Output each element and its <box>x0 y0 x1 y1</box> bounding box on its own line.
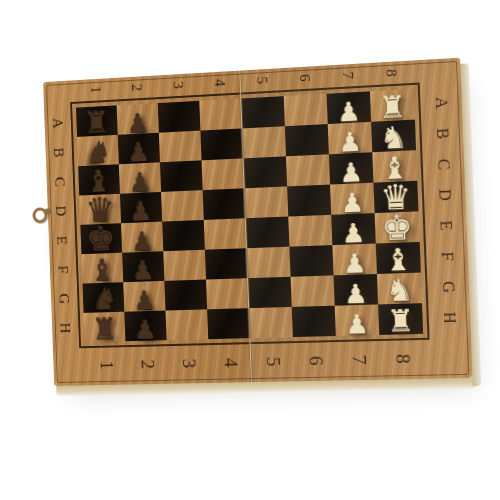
white-pawn[interactable]: ♟ <box>340 189 365 216</box>
square-A4[interactable] <box>199 98 242 130</box>
square-A6[interactable] <box>284 94 328 126</box>
square-H2[interactable]: ♟ <box>124 311 166 342</box>
square-C5[interactable] <box>244 156 288 188</box>
square-A2[interactable]: ♟ <box>117 103 159 135</box>
square-B8[interactable]: ♞ <box>371 120 416 153</box>
square-G5[interactable] <box>248 277 292 308</box>
black-king[interactable]: ♚ <box>86 222 116 256</box>
coord-label-8: 8 <box>383 336 421 381</box>
square-A8[interactable]: ♜ <box>370 89 415 122</box>
square-F5[interactable] <box>247 247 291 279</box>
square-A5[interactable] <box>241 96 285 128</box>
square-G4[interactable] <box>206 278 249 309</box>
square-E1[interactable]: ♚ <box>80 223 122 254</box>
square-F2[interactable]: ♟ <box>122 251 164 282</box>
white-rook[interactable]: ♜ <box>386 305 415 336</box>
square-H6[interactable] <box>292 306 336 337</box>
square-A1[interactable]: ♜ <box>76 105 118 137</box>
black-pawn[interactable]: ♟ <box>134 317 157 343</box>
square-E5[interactable] <box>246 217 290 249</box>
square-F1[interactable]: ♝ <box>81 253 123 284</box>
coord-label-4: 4 <box>212 341 249 385</box>
square-E2[interactable]: ♟ <box>121 222 163 253</box>
square-G3[interactable] <box>164 280 207 311</box>
square-D4[interactable] <box>203 188 246 220</box>
square-H8[interactable]: ♜ <box>378 303 423 335</box>
square-E3[interactable] <box>162 220 205 251</box>
square-D6[interactable] <box>287 185 331 217</box>
square-C6[interactable] <box>286 154 330 186</box>
square-A7[interactable]: ♟ <box>327 91 372 124</box>
square-G1[interactable]: ♞ <box>82 282 124 313</box>
coord-label-2: 2 <box>129 343 165 386</box>
square-F8[interactable]: ♝ <box>376 242 421 274</box>
coord-label-7: 7 <box>339 338 377 382</box>
square-E4[interactable] <box>204 218 247 249</box>
square-B4[interactable] <box>200 128 243 160</box>
black-rook[interactable]: ♜ <box>91 314 118 344</box>
coord-label-D: D <box>47 199 76 224</box>
white-king[interactable]: ♚ <box>381 210 413 246</box>
square-G2[interactable]: ♟ <box>123 281 165 312</box>
square-E6[interactable] <box>288 215 332 247</box>
square-F7[interactable]: ♟ <box>332 244 377 276</box>
coord-label-A: A <box>43 111 72 136</box>
square-H3[interactable] <box>166 309 209 340</box>
square-B6[interactable] <box>285 124 329 156</box>
square-B5[interactable] <box>242 126 286 158</box>
white-pawn[interactable]: ♟ <box>337 98 362 126</box>
white-pawn[interactable]: ♟ <box>342 250 367 277</box>
clasp-stub <box>43 208 51 215</box>
square-B7[interactable]: ♟ <box>328 122 373 154</box>
black-pawn[interactable]: ♟ <box>126 110 149 137</box>
square-C3[interactable] <box>160 160 203 192</box>
square-D2[interactable]: ♟ <box>120 192 162 223</box>
square-H5[interactable] <box>249 307 293 338</box>
white-pawn[interactable]: ♟ <box>344 280 369 307</box>
square-H1[interactable]: ♜ <box>84 312 126 343</box>
square-B2[interactable]: ♟ <box>118 133 160 165</box>
square-G6[interactable] <box>291 275 335 307</box>
coord-label-1: 1 <box>88 344 124 387</box>
square-A3[interactable] <box>158 101 201 133</box>
square-D5[interactable] <box>245 186 289 218</box>
square-E7[interactable]: ♟ <box>331 213 376 245</box>
square-F6[interactable] <box>289 245 333 277</box>
square-C2[interactable]: ♟ <box>119 162 161 193</box>
coord-label-3: 3 <box>170 342 206 385</box>
square-B1[interactable]: ♞ <box>77 135 119 166</box>
white-pawn[interactable]: ♟ <box>341 220 366 247</box>
square-H7[interactable]: ♟ <box>335 304 380 336</box>
square-D3[interactable] <box>161 190 204 221</box>
coord-label-6: 6 <box>296 339 334 383</box>
black-pawn[interactable]: ♟ <box>127 139 150 166</box>
playing-field-frame: ♜♟♟♜♞♟♟♞♝♟♟♝♛♟♟♛♚♟♟♚♝♟♟♝♞♟♟♞♜♟♟♜ <box>70 83 429 349</box>
square-F4[interactable] <box>205 248 248 279</box>
square-G8[interactable]: ♞ <box>377 273 422 305</box>
white-pawn[interactable]: ♟ <box>339 159 364 186</box>
coord-label-C: C <box>45 169 74 194</box>
black-pawn[interactable]: ♟ <box>130 198 153 225</box>
square-H4[interactable] <box>207 308 250 339</box>
black-pawn[interactable]: ♟ <box>133 287 156 313</box>
square-F3[interactable] <box>163 250 206 281</box>
square-D7[interactable]: ♟ <box>330 183 375 215</box>
square-E8[interactable]: ♚ <box>375 211 420 243</box>
square-C4[interactable] <box>202 158 245 190</box>
squares: ♜♟♟♜♞♟♟♞♝♟♟♝♛♟♟♛♚♟♟♚♝♟♟♝♞♟♟♞♜♟♟♜ <box>76 89 423 342</box>
coord-label-F: F <box>49 257 78 281</box>
chess-board: 12345678 12345678 ABCDEFGH ABCDEFGH ♜♟♟♜… <box>43 58 472 386</box>
coord-label-E: E <box>48 228 77 252</box>
coord-label-B: B <box>44 140 73 165</box>
coord-label-5: 5 <box>254 340 291 384</box>
black-pawn[interactable]: ♟ <box>132 257 155 283</box>
product-photo-scene: 12345678 12345678 ABCDEFGH ABCDEFGH ♜♟♟♜… <box>0 0 500 500</box>
coord-label-H: H <box>51 316 80 340</box>
square-C7[interactable]: ♟ <box>329 152 374 184</box>
white-pawn[interactable]: ♟ <box>345 311 370 338</box>
square-B3[interactable] <box>159 131 202 163</box>
white-pawn[interactable]: ♟ <box>338 128 363 155</box>
coord-label-H: H <box>433 299 465 337</box>
coord-label-G: G <box>50 287 79 311</box>
square-G7[interactable]: ♟ <box>334 274 379 306</box>
black-pawn[interactable]: ♟ <box>131 228 154 254</box>
black-pawn[interactable]: ♟ <box>128 169 151 196</box>
